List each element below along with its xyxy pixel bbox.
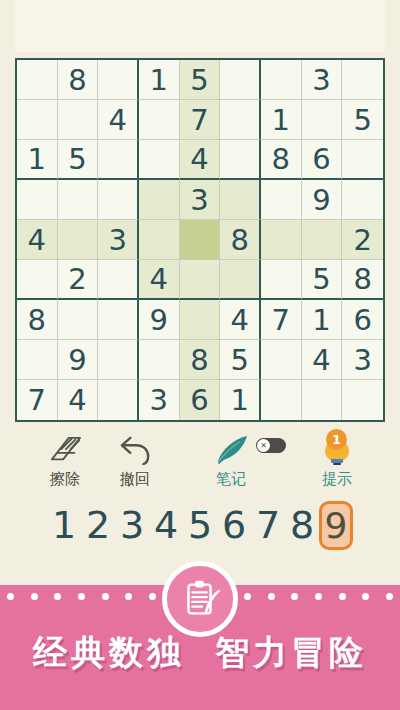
cell-r8c9[interactable]: 3 — [342, 340, 383, 380]
cell-r2c6[interactable] — [220, 100, 261, 140]
cell-r4c7[interactable] — [261, 180, 302, 220]
hint-label: 提示 — [302, 470, 372, 489]
cell-r8c7[interactable] — [261, 340, 302, 380]
numpad-4[interactable]: 4 — [149, 499, 183, 551]
cell-r6c8[interactable]: 5 — [302, 260, 343, 300]
top-panel — [15, 0, 385, 52]
divider-dot — [78, 593, 85, 600]
cell-r1c4[interactable]: 1 — [139, 60, 180, 100]
cell-r7c5[interactable] — [180, 300, 221, 340]
divider-dot — [149, 593, 156, 600]
cell-r6c3[interactable] — [98, 260, 139, 300]
clipboard-quill-icon — [177, 576, 223, 622]
cell-r1c3[interactable] — [98, 60, 139, 100]
cell-r2c8[interactable] — [302, 100, 343, 140]
cell-r9c5[interactable]: 6 — [180, 380, 221, 420]
divider-dot — [268, 593, 275, 600]
numpad-8[interactable]: 8 — [285, 499, 319, 551]
numpad-3[interactable]: 3 — [115, 499, 149, 551]
cell-r4c5[interactable]: 3 — [180, 180, 221, 220]
divider-dot — [31, 593, 38, 600]
promo-banner: 经典数独 智力冒险 — [0, 585, 400, 710]
notes-label: 笔记 — [196, 470, 266, 489]
cell-r8c5[interactable]: 8 — [180, 340, 221, 380]
cell-r2c9[interactable]: 5 — [342, 100, 383, 140]
sudoku-app: 815347151548639438224588947169854374361 … — [0, 0, 400, 710]
divider-dot — [291, 593, 298, 600]
cell-r6c2[interactable]: 2 — [58, 260, 99, 300]
cell-r2c3[interactable]: 4 — [98, 100, 139, 140]
cell-r6c5[interactable] — [180, 260, 221, 300]
cell-r7c7[interactable]: 7 — [261, 300, 302, 340]
cell-r5c7[interactable] — [261, 220, 302, 260]
bulb-tip — [333, 463, 341, 465]
cell-r4c9[interactable] — [342, 180, 383, 220]
cell-r7c1[interactable]: 8 — [17, 300, 58, 340]
cell-r4c6[interactable] — [220, 180, 261, 220]
cell-r8c1[interactable] — [17, 340, 58, 380]
cell-r5c3[interactable]: 3 — [98, 220, 139, 260]
cell-r1c9[interactable] — [342, 60, 383, 100]
cell-r1c1[interactable] — [17, 60, 58, 100]
cell-r4c1[interactable] — [17, 180, 58, 220]
cell-r8c3[interactable] — [98, 340, 139, 380]
cell-r7c3[interactable] — [98, 300, 139, 340]
cell-r7c6[interactable]: 4 — [220, 300, 261, 340]
toggle-off-icon: ✕ — [257, 439, 270, 452]
cell-r1c2[interactable]: 8 — [58, 60, 99, 100]
cell-r6c7[interactable] — [261, 260, 302, 300]
cell-r1c7[interactable] — [261, 60, 302, 100]
cell-r2c2[interactable] — [58, 100, 99, 140]
cell-r5c8[interactable] — [302, 220, 343, 260]
undo-arrow-icon — [100, 435, 170, 465]
hint-button[interactable]: 1 提示 — [302, 435, 372, 489]
numpad-5[interactable]: 5 — [183, 499, 217, 551]
undo-button[interactable]: 撤回 — [100, 435, 170, 489]
numpad-7[interactable]: 7 — [251, 499, 285, 551]
cell-r5c2[interactable] — [58, 220, 99, 260]
cell-r3c4[interactable] — [139, 140, 180, 180]
cell-r3c9[interactable] — [342, 140, 383, 180]
divider-dot — [362, 593, 369, 600]
cell-r2c5[interactable]: 7 — [180, 100, 221, 140]
cell-r6c9[interactable]: 8 — [342, 260, 383, 300]
divider-dot — [7, 593, 14, 600]
feather-pen-icon — [196, 435, 266, 465]
numpad-2[interactable]: 2 — [81, 499, 115, 551]
cell-r8c4[interactable] — [139, 340, 180, 380]
cell-r5c6[interactable]: 8 — [220, 220, 261, 260]
cell-r1c5[interactable]: 5 — [180, 60, 221, 100]
cell-r2c7[interactable]: 1 — [261, 100, 302, 140]
cell-r4c2[interactable] — [58, 180, 99, 220]
cell-r9c8[interactable] — [302, 380, 343, 420]
cell-r8c2[interactable]: 9 — [58, 340, 99, 380]
divider-dot — [386, 593, 393, 600]
divider-dot — [339, 593, 346, 600]
sudoku-board[interactable]: 815347151548639438224588947169854374361 — [15, 58, 385, 422]
cell-r9c9[interactable] — [342, 380, 383, 420]
undo-label: 撤回 — [100, 470, 170, 489]
divider-dot — [315, 593, 322, 600]
cell-r3c8[interactable]: 6 — [302, 140, 343, 180]
cell-r3c3[interactable] — [98, 140, 139, 180]
cell-r8c6[interactable]: 5 — [220, 340, 261, 380]
cell-r3c6[interactable] — [220, 140, 261, 180]
divider-dot — [102, 593, 109, 600]
erase-label: 擦除 — [30, 470, 100, 489]
numpad-6[interactable]: 6 — [217, 499, 251, 551]
hint-count-badge: 1 — [326, 429, 347, 450]
cell-r7c2[interactable] — [58, 300, 99, 340]
cell-r9c2[interactable]: 4 — [58, 380, 99, 420]
cell-r9c1[interactable]: 7 — [17, 380, 58, 420]
cell-r6c4[interactable]: 4 — [139, 260, 180, 300]
divider-dot — [54, 593, 61, 600]
cell-r9c6[interactable]: 1 — [220, 380, 261, 420]
cell-r8c8[interactable]: 4 — [302, 340, 343, 380]
notes-toggle[interactable]: ✕ — [256, 438, 286, 453]
cell-r7c4[interactable]: 9 — [139, 300, 180, 340]
cell-r5c1[interactable]: 4 — [17, 220, 58, 260]
cell-r4c8[interactable]: 9 — [302, 180, 343, 220]
cell-r3c2[interactable]: 5 — [58, 140, 99, 180]
lightbulb-icon: 1 — [302, 435, 372, 465]
cell-r1c6[interactable] — [220, 60, 261, 100]
cell-r6c6[interactable] — [220, 260, 261, 300]
cell-r5c5[interactable] — [180, 220, 221, 260]
numpad-9[interactable]: 9 — [319, 499, 353, 551]
clipboard-badge — [162, 561, 238, 637]
eraser-icon — [30, 435, 100, 465]
cell-r4c3[interactable] — [98, 180, 139, 220]
numpad-selected-button: 9 — [319, 501, 353, 550]
numpad-1[interactable]: 1 — [47, 499, 81, 551]
cell-r3c5[interactable]: 4 — [180, 140, 221, 180]
cell-r5c9[interactable]: 2 — [342, 220, 383, 260]
cell-r9c4[interactable]: 3 — [139, 380, 180, 420]
divider-dot — [244, 593, 251, 600]
cell-r9c3[interactable] — [98, 380, 139, 420]
number-pad: 123456789 — [47, 499, 353, 551]
cell-r2c4[interactable] — [139, 100, 180, 140]
cell-r6c1[interactable] — [17, 260, 58, 300]
cell-r1c8[interactable]: 3 — [302, 60, 343, 100]
cell-r7c9[interactable]: 6 — [342, 300, 383, 340]
cell-r3c1[interactable]: 1 — [17, 140, 58, 180]
erase-button[interactable]: 擦除 — [30, 435, 100, 489]
cell-r4c4[interactable] — [139, 180, 180, 220]
cell-r9c7[interactable] — [261, 380, 302, 420]
cell-r2c1[interactable] — [17, 100, 58, 140]
cell-r3c7[interactable]: 8 — [261, 140, 302, 180]
divider-dot — [125, 593, 132, 600]
cell-r7c8[interactable]: 1 — [302, 300, 343, 340]
banner-title: 经典数独 智力冒险 — [0, 630, 400, 676]
cell-r5c4[interactable] — [139, 220, 180, 260]
